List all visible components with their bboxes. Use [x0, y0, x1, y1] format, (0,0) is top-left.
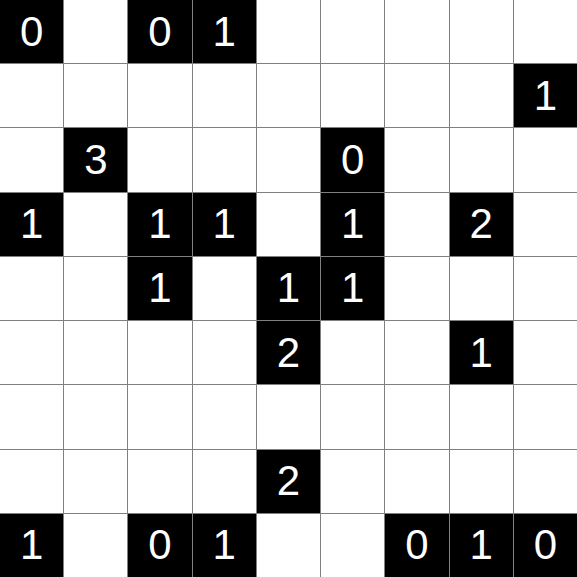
empty-cell-r8c1[interactable] — [0, 450, 63, 513]
empty-cell-r3c8[interactable] — [450, 128, 513, 191]
empty-cell-r7c7[interactable] — [385, 385, 448, 448]
empty-cell-r7c5[interactable] — [257, 385, 320, 448]
empty-cell-r2c7[interactable] — [385, 64, 448, 127]
empty-cell-r3c4[interactable] — [193, 128, 256, 191]
empty-cell-r6c3[interactable] — [128, 321, 191, 384]
clue-cell-r3c2: 3 — [64, 128, 127, 191]
empty-cell-r8c3[interactable] — [128, 450, 191, 513]
empty-cell-r2c6[interactable] — [321, 64, 384, 127]
clue-cell-r9c1: 1 — [0, 514, 63, 577]
empty-cell-r5c4[interactable] — [193, 257, 256, 320]
empty-cell-r8c7[interactable] — [385, 450, 448, 513]
empty-cell-r9c5[interactable] — [257, 514, 320, 577]
empty-cell-r3c3[interactable] — [128, 128, 191, 191]
empty-cell-r6c6[interactable] — [321, 321, 384, 384]
empty-cell-r1c9[interactable] — [514, 0, 577, 63]
empty-cell-r1c6[interactable] — [321, 0, 384, 63]
empty-cell-r1c5[interactable] — [257, 0, 320, 63]
empty-cell-r4c2[interactable] — [64, 193, 127, 256]
empty-cell-r3c9[interactable] — [514, 128, 577, 191]
empty-cell-r5c2[interactable] — [64, 257, 127, 320]
clue-cell-r9c8: 1 — [450, 514, 513, 577]
clue-cell-r9c7: 0 — [385, 514, 448, 577]
clue-cell-r1c3: 0 — [128, 0, 191, 63]
empty-cell-r1c2[interactable] — [64, 0, 127, 63]
clue-cell-r4c1: 1 — [0, 193, 63, 256]
empty-cell-r4c9[interactable] — [514, 193, 577, 256]
empty-cell-r9c2[interactable] — [64, 514, 127, 577]
clue-cell-r6c8: 1 — [450, 321, 513, 384]
empty-cell-r6c2[interactable] — [64, 321, 127, 384]
empty-cell-r8c6[interactable] — [321, 450, 384, 513]
empty-cell-r8c8[interactable] — [450, 450, 513, 513]
empty-cell-r5c1[interactable] — [0, 257, 63, 320]
empty-cell-r8c2[interactable] — [64, 450, 127, 513]
clue-cell-r2c9: 1 — [514, 64, 577, 127]
empty-cell-r7c3[interactable] — [128, 385, 191, 448]
clue-cell-r4c3: 1 — [128, 193, 191, 256]
clue-cell-r1c4: 1 — [193, 0, 256, 63]
clue-cell-r5c3: 1 — [128, 257, 191, 320]
clue-cell-r5c6: 1 — [321, 257, 384, 320]
empty-cell-r2c8[interactable] — [450, 64, 513, 127]
empty-cell-r7c9[interactable] — [514, 385, 577, 448]
clue-cell-r3c6: 0 — [321, 128, 384, 191]
empty-cell-r2c5[interactable] — [257, 64, 320, 127]
empty-cell-r2c2[interactable] — [64, 64, 127, 127]
clue-cell-r9c9: 0 — [514, 514, 577, 577]
puzzle-board: 00113011112111212101010 — [0, 0, 577, 577]
empty-cell-r2c3[interactable] — [128, 64, 191, 127]
clue-cell-r1c1: 0 — [0, 0, 63, 63]
empty-cell-r6c1[interactable] — [0, 321, 63, 384]
clue-cell-r4c8: 2 — [450, 193, 513, 256]
empty-cell-r1c8[interactable] — [450, 0, 513, 63]
empty-cell-r4c7[interactable] — [385, 193, 448, 256]
empty-cell-r7c2[interactable] — [64, 385, 127, 448]
empty-cell-r8c4[interactable] — [193, 450, 256, 513]
empty-cell-r6c4[interactable] — [193, 321, 256, 384]
clue-cell-r4c4: 1 — [193, 193, 256, 256]
empty-cell-r4c5[interactable] — [257, 193, 320, 256]
empty-cell-r9c6[interactable] — [321, 514, 384, 577]
empty-cell-r8c9[interactable] — [514, 450, 577, 513]
empty-cell-r3c1[interactable] — [0, 128, 63, 191]
empty-cell-r7c1[interactable] — [0, 385, 63, 448]
empty-cell-r5c9[interactable] — [514, 257, 577, 320]
empty-cell-r1c7[interactable] — [385, 0, 448, 63]
clue-cell-r8c5: 2 — [257, 450, 320, 513]
empty-cell-r7c4[interactable] — [193, 385, 256, 448]
empty-cell-r7c6[interactable] — [321, 385, 384, 448]
empty-cell-r3c7[interactable] — [385, 128, 448, 191]
empty-cell-r5c8[interactable] — [450, 257, 513, 320]
clue-cell-r6c5: 2 — [257, 321, 320, 384]
empty-cell-r7c8[interactable] — [450, 385, 513, 448]
empty-cell-r6c9[interactable] — [514, 321, 577, 384]
empty-cell-r2c1[interactable] — [0, 64, 63, 127]
empty-cell-r6c7[interactable] — [385, 321, 448, 384]
clue-cell-r4c6: 1 — [321, 193, 384, 256]
clue-cell-r9c4: 1 — [193, 514, 256, 577]
empty-cell-r2c4[interactable] — [193, 64, 256, 127]
clue-cell-r9c3: 0 — [128, 514, 191, 577]
empty-cell-r5c7[interactable] — [385, 257, 448, 320]
clue-cell-r5c5: 1 — [257, 257, 320, 320]
empty-cell-r3c5[interactable] — [257, 128, 320, 191]
